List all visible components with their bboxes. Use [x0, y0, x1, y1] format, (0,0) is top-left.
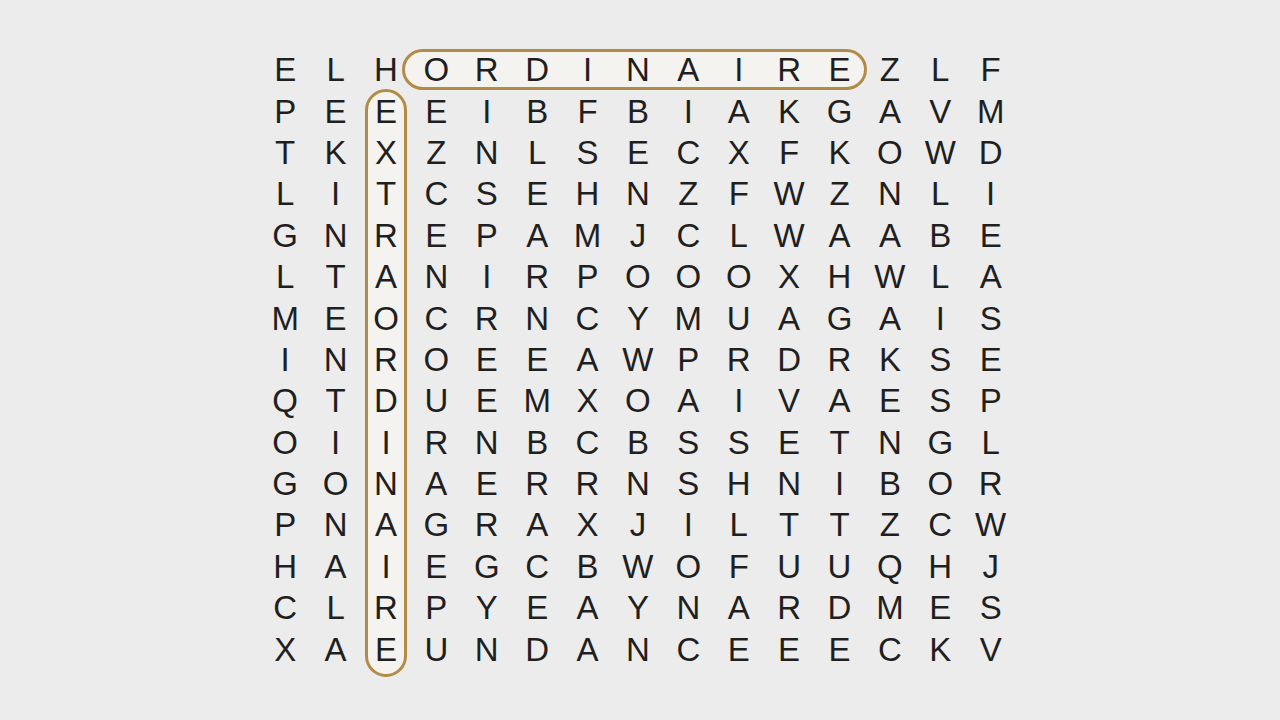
grid-cell[interactable]: O — [613, 380, 663, 421]
grid-cell[interactable]: P — [462, 215, 512, 256]
grid-cell[interactable]: H — [915, 546, 965, 587]
grid-cell[interactable]: A — [562, 587, 612, 628]
grid-cell[interactable]: P — [965, 380, 1015, 421]
grid-cell[interactable]: E — [310, 90, 360, 131]
grid-cell[interactable]: D — [512, 49, 562, 90]
grid-cell[interactable]: O — [411, 49, 461, 90]
grid-cell[interactable]: L — [915, 173, 965, 214]
grid-cell[interactable]: E — [411, 215, 461, 256]
grid-cell[interactable]: N — [462, 132, 512, 173]
grid-cell[interactable]: H — [562, 173, 612, 214]
grid-cell[interactable]: E — [310, 297, 360, 338]
grid-cell[interactable]: N — [764, 463, 814, 504]
grid-cell[interactable]: Z — [411, 132, 461, 173]
grid-cell[interactable]: Q — [260, 380, 310, 421]
grid-cell[interactable]: E — [965, 339, 1015, 380]
grid-cell[interactable]: O — [260, 422, 310, 463]
grid-cell[interactable]: X — [562, 380, 612, 421]
grid-cell[interactable]: A — [764, 297, 814, 338]
grid-cell[interactable]: N — [310, 339, 360, 380]
grid-cell[interactable]: L — [915, 49, 965, 90]
grid-cell[interactable]: A — [361, 256, 411, 297]
grid-cell[interactable]: L — [260, 173, 310, 214]
grid-cell[interactable]: R — [361, 587, 411, 628]
grid-cell[interactable]: B — [865, 463, 915, 504]
grid-cell[interactable]: I — [310, 422, 360, 463]
grid-cell[interactable]: I — [310, 173, 360, 214]
grid-cell[interactable]: A — [663, 49, 713, 90]
grid-cell[interactable]: N — [310, 504, 360, 545]
grid-cell[interactable]: I — [915, 297, 965, 338]
grid-cell[interactable]: O — [613, 256, 663, 297]
grid-cell[interactable]: K — [814, 132, 864, 173]
grid-cell[interactable]: E — [462, 463, 512, 504]
grid-cell[interactable]: G — [411, 504, 461, 545]
grid-cell[interactable]: Y — [462, 587, 512, 628]
grid-cell[interactable]: I — [361, 546, 411, 587]
grid-cell[interactable]: U — [814, 546, 864, 587]
grid-cell[interactable]: A — [310, 546, 360, 587]
grid-cell[interactable]: R — [714, 339, 764, 380]
grid-cell[interactable]: Z — [865, 504, 915, 545]
grid-cell[interactable]: E — [915, 587, 965, 628]
grid-cell[interactable]: I — [462, 90, 512, 131]
grid-cell[interactable]: E — [764, 422, 814, 463]
grid-cell[interactable]: I — [663, 504, 713, 545]
grid-cell[interactable]: V — [915, 90, 965, 131]
grid-cell[interactable]: B — [512, 422, 562, 463]
grid-cell[interactable]: B — [512, 90, 562, 131]
grid-cell[interactable]: W — [764, 215, 814, 256]
grid-cell[interactable]: T — [260, 132, 310, 173]
grid-cell[interactable]: A — [562, 339, 612, 380]
grid-cell[interactable]: S — [965, 587, 1015, 628]
grid-cell[interactable]: N — [310, 215, 360, 256]
grid-cell[interactable]: N — [361, 463, 411, 504]
grid-cell[interactable]: L — [512, 132, 562, 173]
grid-cell[interactable]: A — [411, 463, 461, 504]
grid-cell[interactable]: M — [865, 587, 915, 628]
grid-cell[interactable]: H — [714, 463, 764, 504]
grid-cell[interactable]: H — [361, 49, 411, 90]
grid-cell[interactable]: D — [361, 380, 411, 421]
grid-cell[interactable]: X — [714, 132, 764, 173]
grid-cell[interactable]: E — [764, 628, 814, 669]
grid-cell[interactable]: C — [865, 628, 915, 669]
grid-cell[interactable]: J — [613, 504, 663, 545]
grid-cell[interactable]: X — [260, 628, 310, 669]
grid-cell[interactable]: G — [260, 215, 310, 256]
grid-cell[interactable]: E — [260, 49, 310, 90]
grid-cell[interactable]: I — [260, 339, 310, 380]
grid-cell[interactable]: M — [512, 380, 562, 421]
grid-cell[interactable]: O — [663, 546, 713, 587]
grid-cell[interactable]: R — [462, 504, 512, 545]
grid-cell[interactable]: W — [613, 339, 663, 380]
grid-cell[interactable]: M — [562, 215, 612, 256]
grid-cell[interactable]: O — [915, 463, 965, 504]
grid-cell[interactable]: J — [613, 215, 663, 256]
grid-cell[interactable]: E — [512, 587, 562, 628]
grid-cell[interactable]: A — [714, 90, 764, 131]
grid-cell[interactable]: C — [512, 546, 562, 587]
grid-cell[interactable]: I — [663, 90, 713, 131]
grid-cell[interactable]: K — [865, 339, 915, 380]
grid-cell[interactable]: H — [814, 256, 864, 297]
grid-cell[interactable]: R — [361, 339, 411, 380]
grid-cell[interactable]: E — [361, 90, 411, 131]
grid-cell[interactable]: R — [764, 49, 814, 90]
grid-cell[interactable]: N — [613, 173, 663, 214]
grid-cell[interactable]: L — [714, 504, 764, 545]
grid-cell[interactable]: A — [965, 256, 1015, 297]
grid-cell[interactable]: K — [310, 132, 360, 173]
grid-cell[interactable]: R — [411, 422, 461, 463]
grid-cell[interactable]: W — [613, 546, 663, 587]
grid-cell[interactable]: E — [462, 380, 512, 421]
grid-cell[interactable]: R — [462, 297, 512, 338]
grid-cell[interactable]: F — [764, 132, 814, 173]
grid-cell[interactable]: T — [814, 504, 864, 545]
grid-cell[interactable]: C — [562, 422, 612, 463]
grid-cell[interactable]: D — [814, 587, 864, 628]
grid-cell[interactable]: P — [411, 587, 461, 628]
grid-cell[interactable]: E — [512, 339, 562, 380]
grid-cell[interactable]: S — [714, 422, 764, 463]
grid-cell[interactable]: B — [613, 422, 663, 463]
grid-cell[interactable]: E — [411, 90, 461, 131]
grid-cell[interactable]: F — [562, 90, 612, 131]
grid-cell[interactable]: C — [663, 132, 713, 173]
grid-cell[interactable]: X — [361, 132, 411, 173]
grid-cell[interactable]: W — [764, 173, 814, 214]
grid-cell[interactable]: K — [764, 90, 814, 131]
grid-cell[interactable]: Y — [613, 297, 663, 338]
grid-cell[interactable]: E — [865, 380, 915, 421]
grid-cell[interactable]: T — [814, 422, 864, 463]
grid-cell[interactable]: R — [562, 463, 612, 504]
grid-cell[interactable]: R — [814, 339, 864, 380]
grid-cell[interactable]: I — [714, 49, 764, 90]
grid-cell[interactable]: B — [613, 90, 663, 131]
grid-cell[interactable]: E — [814, 628, 864, 669]
grid-cell[interactable]: G — [260, 463, 310, 504]
grid-cell[interactable]: U — [411, 380, 461, 421]
grid-cell[interactable]: C — [260, 587, 310, 628]
grid-cell[interactable]: L — [310, 49, 360, 90]
grid-cell[interactable]: R — [965, 463, 1015, 504]
grid-cell[interactable]: N — [613, 49, 663, 90]
grid-cell[interactable]: P — [260, 504, 310, 545]
grid-cell[interactable]: E — [512, 173, 562, 214]
grid-cell[interactable]: A — [865, 215, 915, 256]
grid-cell[interactable]: A — [562, 628, 612, 669]
grid-cell[interactable]: H — [260, 546, 310, 587]
grid-cell[interactable]: I — [714, 380, 764, 421]
grid-cell[interactable]: R — [462, 49, 512, 90]
grid-cell[interactable]: N — [512, 297, 562, 338]
word-search-puzzle: ELHORDINAIREZLFPEEEIBFBIAKGAVMTKXZNLSECX… — [0, 0, 1280, 720]
grid-cell[interactable]: M — [663, 297, 713, 338]
grid-cell[interactable]: F — [714, 173, 764, 214]
grid-cell[interactable]: G — [814, 297, 864, 338]
grid-cell[interactable]: G — [915, 422, 965, 463]
grid-cell[interactable]: F — [714, 546, 764, 587]
grid-cell[interactable]: C — [411, 297, 461, 338]
grid-cell[interactable]: D — [764, 339, 814, 380]
grid-cell[interactable]: E — [714, 628, 764, 669]
grid-cell[interactable]: B — [915, 215, 965, 256]
grid-cell[interactable]: X — [562, 504, 612, 545]
word-search-grid: ELHORDINAIREZLFPEEEIBFBIAKGAVMTKXZNLSECX… — [260, 49, 1016, 670]
grid-cell[interactable]: E — [462, 339, 512, 380]
grid-cell[interactable]: M — [260, 297, 310, 338]
grid-cell[interactable]: C — [411, 173, 461, 214]
grid-cell[interactable]: I — [814, 463, 864, 504]
grid-cell[interactable]: M — [965, 90, 1015, 131]
grid-cell[interactable]: Q — [865, 546, 915, 587]
grid-cell[interactable]: A — [361, 504, 411, 545]
grid-cell[interactable]: E — [814, 49, 864, 90]
grid-cell[interactable]: A — [512, 504, 562, 545]
grid-cell[interactable]: N — [865, 422, 915, 463]
grid-cell[interactable]: W — [965, 504, 1015, 545]
grid-cell[interactable]: C — [663, 628, 713, 669]
grid-cell[interactable]: O — [310, 463, 360, 504]
grid-cell[interactable]: C — [915, 504, 965, 545]
grid-cell[interactable]: F — [965, 49, 1015, 90]
grid-cell[interactable]: N — [462, 628, 512, 669]
grid-cell[interactable]: I — [361, 422, 411, 463]
grid-cell[interactable]: T — [310, 380, 360, 421]
grid-cell[interactable]: A — [814, 380, 864, 421]
grid-cell[interactable]: U — [411, 628, 461, 669]
grid-cell[interactable]: G — [462, 546, 512, 587]
grid-cell[interactable]: A — [310, 628, 360, 669]
grid-cell[interactable]: R — [512, 256, 562, 297]
grid-cell[interactable]: E — [411, 546, 461, 587]
grid-cell[interactable]: R — [764, 587, 814, 628]
grid-cell[interactable]: N — [663, 587, 713, 628]
grid-cell[interactable]: A — [865, 297, 915, 338]
grid-cell[interactable]: S — [915, 380, 965, 421]
grid-cell[interactable]: N — [411, 256, 461, 297]
grid-cell[interactable]: O — [865, 132, 915, 173]
grid-cell[interactable]: P — [562, 256, 612, 297]
grid-cell[interactable]: S — [462, 173, 512, 214]
grid-cell[interactable]: S — [663, 422, 713, 463]
grid-cell[interactable]: N — [462, 422, 512, 463]
grid-cell[interactable]: A — [865, 90, 915, 131]
grid-cell[interactable]: Z — [814, 173, 864, 214]
grid-cell[interactable]: T — [764, 504, 814, 545]
grid-cell[interactable]: Y — [613, 587, 663, 628]
grid-cell[interactable]: W — [865, 256, 915, 297]
grid-cell[interactable]: B — [562, 546, 612, 587]
grid-cell[interactable]: V — [764, 380, 814, 421]
grid-cell[interactable]: N — [613, 463, 663, 504]
grid-cell[interactable]: A — [663, 380, 713, 421]
grid-cell[interactable]: X — [764, 256, 814, 297]
grid-cell[interactable]: O — [714, 256, 764, 297]
grid-cell[interactable]: Z — [865, 49, 915, 90]
grid-cell[interactable]: W — [915, 132, 965, 173]
grid-cell[interactable]: U — [764, 546, 814, 587]
grid-cell[interactable]: O — [361, 297, 411, 338]
grid-cell[interactable]: P — [260, 90, 310, 131]
grid-cell[interactable]: S — [965, 297, 1015, 338]
grid-cell[interactable]: S — [663, 463, 713, 504]
grid-cell[interactable]: A — [512, 215, 562, 256]
grid-cell[interactable]: C — [562, 297, 612, 338]
grid-cell[interactable]: A — [714, 587, 764, 628]
grid-cell[interactable]: S — [915, 339, 965, 380]
grid-cell[interactable]: R — [361, 215, 411, 256]
grid-cell[interactable]: T — [361, 173, 411, 214]
grid-cell[interactable]: I — [562, 49, 612, 90]
grid-cell[interactable]: D — [512, 628, 562, 669]
grid-cell[interactable]: S — [562, 132, 612, 173]
grid-cell[interactable]: N — [865, 173, 915, 214]
grid-cell[interactable]: O — [663, 256, 713, 297]
grid-cell[interactable]: A — [814, 215, 864, 256]
grid-cell[interactable]: I — [965, 173, 1015, 214]
grid-cell[interactable]: L — [915, 256, 965, 297]
grid-cell[interactable]: Z — [663, 173, 713, 214]
grid-cell[interactable]: U — [714, 297, 764, 338]
grid-cell[interactable]: L — [310, 587, 360, 628]
grid-cell[interactable]: T — [310, 256, 360, 297]
grid-cell[interactable]: K — [915, 628, 965, 669]
grid-cell[interactable]: D — [965, 132, 1015, 173]
grid-cell[interactable]: L — [714, 215, 764, 256]
grid-cell[interactable]: L — [260, 256, 310, 297]
grid-cell[interactable]: E — [965, 215, 1015, 256]
grid-cell[interactable]: I — [462, 256, 512, 297]
grid-cell[interactable]: N — [613, 628, 663, 669]
grid-cell[interactable]: O — [411, 339, 461, 380]
grid-cell[interactable]: E — [361, 628, 411, 669]
grid-cell[interactable]: V — [965, 628, 1015, 669]
grid-cell[interactable]: J — [965, 546, 1015, 587]
grid-cell[interactable]: C — [663, 215, 713, 256]
grid-cell[interactable]: L — [965, 422, 1015, 463]
grid-cell[interactable]: G — [814, 90, 864, 131]
grid-cell[interactable]: P — [663, 339, 713, 380]
grid-cell[interactable]: E — [613, 132, 663, 173]
grid-cell[interactable]: R — [512, 463, 562, 504]
